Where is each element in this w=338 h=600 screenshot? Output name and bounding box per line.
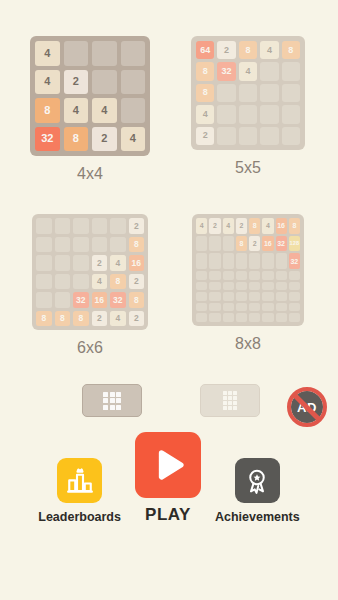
empty-cell: [209, 253, 220, 269]
empty-cell: [36, 274, 52, 290]
empty-cell: [282, 84, 300, 102]
tile-4: 4: [110, 311, 126, 327]
empty-cell: [262, 282, 273, 291]
empty-cell: [282, 62, 300, 80]
empty-cell: [209, 313, 220, 322]
tile-8: 8: [236, 236, 247, 252]
empty-cell: [239, 127, 257, 145]
empty-cell: [276, 253, 287, 269]
empty-cell: [276, 292, 287, 301]
empty-cell: [249, 292, 260, 301]
tile-4: 4: [92, 98, 117, 123]
tile-8: 8: [129, 237, 145, 253]
tile-8: 8: [196, 84, 214, 102]
board-label-6x6: 6x6: [77, 339, 103, 359]
achievements-button[interactable]: Achievements: [215, 458, 300, 525]
empty-cell: [262, 253, 273, 269]
achievements-label: Achievements: [215, 510, 300, 524]
empty-cell: [36, 237, 52, 253]
board-label-5x5: 5x5: [235, 159, 261, 179]
empty-cell: [249, 313, 260, 322]
tile-8: 8: [36, 311, 52, 327]
tile-32: 32: [73, 292, 89, 308]
tile-2: 2: [249, 236, 260, 252]
empty-cell: [249, 271, 260, 280]
leaderboards-icon: [57, 458, 102, 503]
tile-2: 2: [209, 218, 220, 234]
empty-cell: [223, 282, 234, 291]
empty-cell: [236, 282, 247, 291]
tile-8: 8: [289, 218, 300, 234]
empty-cell: [209, 236, 220, 252]
empty-cell: [196, 271, 207, 280]
empty-cell: [55, 292, 71, 308]
mode-button-grid-3x3[interactable]: [82, 384, 142, 417]
tile-8: 8: [249, 218, 260, 234]
empty-cell: [36, 255, 52, 271]
play-label: PLAY: [145, 505, 191, 525]
grid-3x4-icon: [223, 391, 237, 411]
empty-cell: [73, 274, 89, 290]
tile-32: 32: [35, 127, 60, 152]
grid-3x3-icon: [103, 392, 121, 410]
empty-cell: [196, 236, 207, 252]
empty-cell: [276, 303, 287, 312]
tile-4: 4: [35, 41, 60, 66]
empty-cell: [262, 271, 273, 280]
empty-cell: [36, 292, 52, 308]
empty-cell: [55, 274, 71, 290]
tile-4: 4: [223, 218, 234, 234]
board-8x8-wrap: 42428416882163212832: [192, 214, 304, 326]
empty-cell: [249, 253, 260, 269]
tile-4: 4: [196, 105, 214, 123]
board-label-4x4: 4x4: [77, 165, 103, 185]
empty-cell: [196, 282, 207, 291]
leaderboards-label: Leaderboards: [38, 510, 121, 524]
tile-8: 8: [55, 311, 71, 327]
empty-cell: [92, 41, 117, 66]
tile-2: 2: [129, 311, 145, 327]
tile-2: 2: [129, 274, 145, 290]
tile-2: 2: [196, 127, 214, 145]
tile-2: 2: [92, 127, 117, 152]
tile-8: 8: [110, 274, 126, 290]
tile-2: 2: [217, 41, 235, 59]
tile-32: 32: [276, 236, 287, 252]
tile-128: 128: [289, 236, 300, 252]
empty-cell: [236, 313, 247, 322]
tile-4: 4: [196, 218, 207, 234]
tile-8: 8: [196, 62, 214, 80]
empty-cell: [276, 271, 287, 280]
empty-cell: [289, 282, 300, 291]
empty-cell: [92, 237, 108, 253]
tile-16: 16: [129, 255, 145, 271]
empty-cell: [92, 70, 117, 95]
action-bar: Leaderboards PLAY Achievements: [0, 432, 338, 525]
empty-cell: [121, 98, 146, 123]
empty-cell: [92, 218, 108, 234]
tile-2: 2: [92, 311, 108, 327]
tile-4: 4: [64, 98, 89, 123]
empty-cell: [262, 313, 273, 322]
tile-4: 4: [35, 70, 60, 95]
empty-cell: [55, 255, 71, 271]
empty-cell: [121, 70, 146, 95]
empty-cell: [236, 292, 247, 301]
empty-cell: [196, 292, 207, 301]
empty-cell: [282, 127, 300, 145]
tile-4: 4: [121, 127, 146, 152]
empty-cell: [196, 313, 207, 322]
empty-cell: [223, 253, 234, 269]
mode-card-5x5[interactable]: 6428488324842 5x5: [188, 36, 308, 185]
tile-8: 8: [35, 98, 60, 123]
empty-cell: [64, 41, 89, 66]
empty-cell: [289, 292, 300, 301]
tile-4: 4: [92, 274, 108, 290]
empty-cell: [289, 313, 300, 322]
board-5x5: 6428488324842: [191, 36, 305, 150]
empty-cell: [121, 41, 146, 66]
board-4x4-wrap: 44284432824: [30, 36, 150, 156]
empty-cell: [236, 271, 247, 280]
empty-cell: [262, 292, 273, 301]
tile-32: 32: [217, 62, 235, 80]
empty-cell: [73, 255, 89, 271]
tile-2: 2: [129, 218, 145, 234]
board-mode-grid: 44284432824 4x4 6428488324842 5x5 282416…: [30, 36, 338, 359]
empty-cell: [223, 303, 234, 312]
empty-cell: [276, 313, 287, 322]
tile-8: 8: [64, 127, 89, 152]
empty-cell: [223, 271, 234, 280]
achievements-icon: [235, 458, 280, 503]
tile-32: 32: [289, 253, 300, 269]
tile-8: 8: [73, 311, 89, 327]
empty-cell: [223, 292, 234, 301]
board-label-8x8: 8x8: [235, 335, 261, 355]
empty-cell: [73, 218, 89, 234]
empty-cell: [249, 282, 260, 291]
empty-cell: [73, 237, 89, 253]
empty-cell: [209, 271, 220, 280]
board-5x5-wrap: 6428488324842: [191, 36, 305, 150]
empty-cell: [260, 105, 278, 123]
empty-cell: [249, 303, 260, 312]
empty-cell: [262, 303, 273, 312]
board-8x8: 42428416882163212832: [192, 214, 304, 326]
empty-cell: [239, 84, 257, 102]
empty-cell: [289, 271, 300, 280]
empty-cell: [236, 303, 247, 312]
empty-cell: [282, 105, 300, 123]
tile-4: 4: [262, 218, 273, 234]
play-button[interactable]: PLAY: [135, 432, 201, 525]
empty-cell: [209, 292, 220, 301]
tile-16: 16: [262, 236, 273, 252]
empty-cell: [217, 105, 235, 123]
tile-2: 2: [64, 70, 89, 95]
board-6x6-wrap: 2824164823216328888242: [32, 214, 148, 330]
empty-cell: [110, 218, 126, 234]
empty-cell: [196, 253, 207, 269]
tile-8: 8: [239, 41, 257, 59]
empty-cell: [209, 282, 220, 291]
tile-16: 16: [276, 218, 287, 234]
mode-card-4x4[interactable]: 44284432824 4x4: [30, 36, 150, 185]
empty-cell: [260, 127, 278, 145]
tile-16: 16: [92, 292, 108, 308]
tile-2: 2: [236, 218, 247, 234]
empty-cell: [260, 84, 278, 102]
empty-cell: [110, 237, 126, 253]
mode-card-8x8[interactable]: 42428416882163212832 8x8: [188, 214, 308, 359]
tile-2: 2: [92, 255, 108, 271]
empty-cell: [36, 218, 52, 234]
tile-4: 4: [110, 255, 126, 271]
tile-8: 8: [129, 292, 145, 308]
board-6x6: 2824164823216328888242: [32, 214, 148, 330]
empty-cell: [223, 236, 234, 252]
empty-cell: [55, 218, 71, 234]
empty-cell: [239, 105, 257, 123]
empty-cell: [289, 303, 300, 312]
leaderboards-button[interactable]: Leaderboards: [38, 458, 121, 525]
mode-card-6x6[interactable]: 2824164823216328888242 6x6: [30, 214, 150, 359]
mode-button-grid-3x4[interactable]: [200, 384, 260, 417]
tile-64: 64: [196, 41, 214, 59]
empty-cell: [217, 127, 235, 145]
empty-cell: [236, 253, 247, 269]
empty-cell: [209, 303, 220, 312]
play-icon: [135, 432, 201, 498]
tile-8: 8: [282, 41, 300, 59]
tile-4: 4: [239, 62, 257, 80]
empty-cell: [260, 62, 278, 80]
empty-cell: [217, 84, 235, 102]
board-4x4: 44284432824: [30, 36, 150, 156]
no-ads-button[interactable]: AD: [287, 387, 327, 427]
tile-4: 4: [260, 41, 278, 59]
empty-cell: [55, 237, 71, 253]
tile-32: 32: [110, 292, 126, 308]
empty-cell: [196, 303, 207, 312]
empty-cell: [276, 282, 287, 291]
empty-cell: [223, 313, 234, 322]
